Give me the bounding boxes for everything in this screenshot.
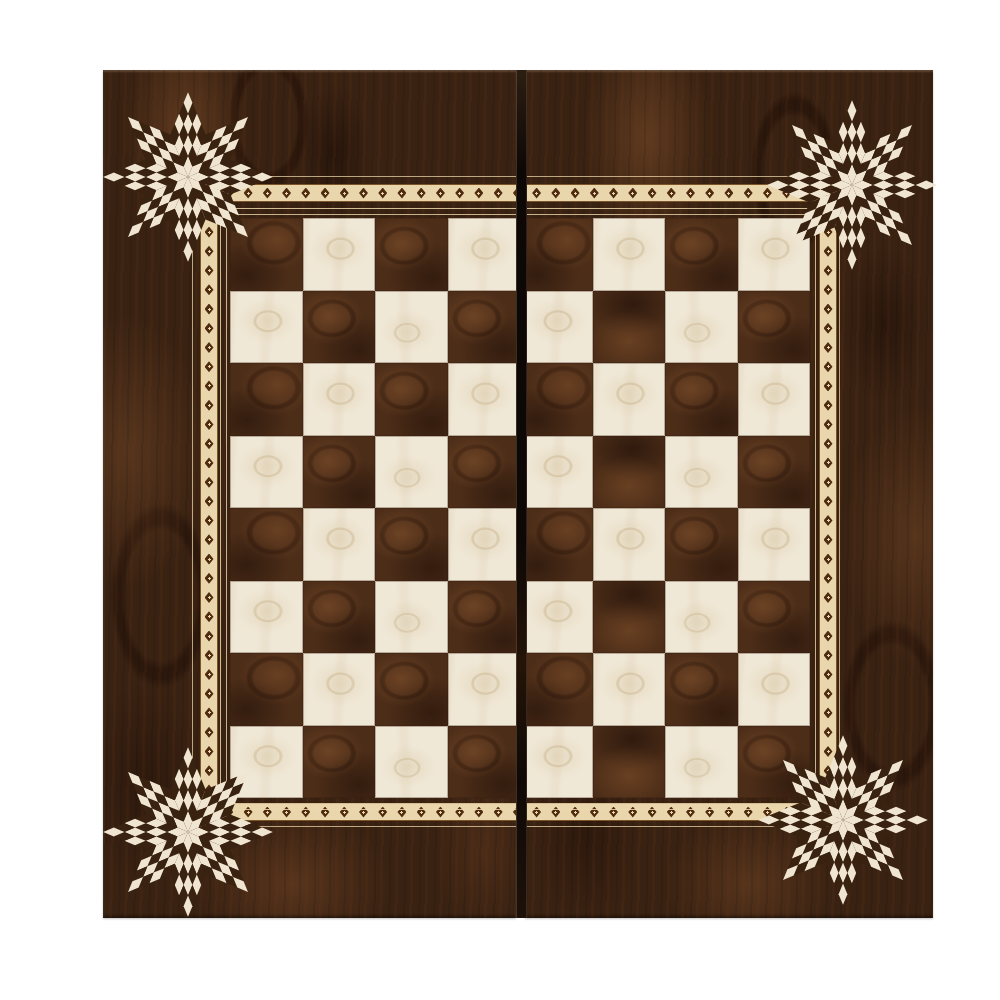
ribbon-diamond	[301, 188, 310, 199]
ribbon-diamond	[824, 611, 833, 622]
square-a2[interactable]	[230, 653, 303, 726]
square-h5[interactable]	[738, 436, 811, 509]
ribbon-diamond	[609, 188, 618, 199]
square-e4[interactable]	[520, 508, 593, 581]
square-f8[interactable]	[593, 218, 666, 291]
ribbon-diamond	[436, 188, 445, 199]
ribbon-diamond	[824, 419, 833, 430]
square-e1[interactable]	[520, 726, 593, 799]
ribbon-diamond	[824, 342, 833, 353]
square-f5[interactable]	[593, 436, 666, 509]
ribbon-diamond	[824, 400, 833, 411]
square-h3[interactable]	[738, 581, 811, 654]
square-d4[interactable]	[448, 508, 521, 581]
ribbon-diamond	[205, 727, 214, 738]
ribbon-diamond	[590, 188, 599, 199]
ribbon-diamond	[824, 707, 833, 718]
square-b1[interactable]	[303, 726, 376, 799]
ribbon-diamond	[397, 188, 406, 199]
square-b5[interactable]	[303, 436, 376, 509]
corner-star-inlay-tr	[762, 95, 942, 275]
ribbon-diamond	[205, 284, 214, 295]
square-f6[interactable]	[593, 363, 666, 436]
ribbon-diamond	[205, 342, 214, 353]
folding-chessboard	[103, 70, 933, 918]
ribbon-diamond	[378, 188, 387, 199]
ribbon-diamond	[705, 188, 714, 199]
ribbon-diamond	[205, 650, 214, 661]
ribbon-diamond	[340, 188, 349, 199]
square-a5[interactable]	[230, 436, 303, 509]
square-f2[interactable]	[593, 653, 666, 726]
square-d3[interactable]	[448, 581, 521, 654]
square-b2[interactable]	[303, 653, 376, 726]
ribbon-diamond	[824, 323, 833, 334]
ribbon-diamond	[455, 188, 464, 199]
square-c1[interactable]	[375, 726, 448, 799]
square-c5[interactable]	[375, 436, 448, 509]
ribbon-diamond	[205, 554, 214, 565]
ribbon-diamond	[824, 534, 833, 545]
ribbon-diamond	[824, 438, 833, 449]
ribbon-diamond	[824, 361, 833, 372]
square-e3[interactable]	[520, 581, 593, 654]
square-d2[interactable]	[448, 653, 521, 726]
square-e7[interactable]	[520, 291, 593, 364]
square-b7[interactable]	[303, 291, 376, 364]
ribbon-diamond	[205, 592, 214, 603]
hinge-seam	[516, 70, 527, 918]
square-g7[interactable]	[665, 291, 738, 364]
square-f3[interactable]	[593, 581, 666, 654]
ribbon-diamond	[205, 611, 214, 622]
square-a3[interactable]	[230, 581, 303, 654]
ribbon-diamond	[824, 650, 833, 661]
ribbon-diamond	[205, 380, 214, 391]
square-d6[interactable]	[448, 363, 521, 436]
ribbon-diamond	[667, 188, 676, 199]
square-g2[interactable]	[665, 653, 738, 726]
square-c2[interactable]	[375, 653, 448, 726]
ribbon-diamond	[824, 669, 833, 680]
square-g6[interactable]	[665, 363, 738, 436]
square-c6[interactable]	[375, 363, 448, 436]
ribbon-diamond	[824, 304, 833, 315]
square-c4[interactable]	[375, 508, 448, 581]
square-a7[interactable]	[230, 291, 303, 364]
inlay-ribbon-left	[200, 184, 218, 819]
ribbon-diamond	[205, 323, 214, 334]
ribbon-diamond	[648, 188, 657, 199]
square-g1[interactable]	[665, 726, 738, 799]
ribbon-diamond	[205, 477, 214, 488]
ribbon-diamond	[628, 188, 637, 199]
square-d1[interactable]	[448, 726, 521, 799]
square-h2[interactable]	[738, 653, 811, 726]
ribbon-diamond	[205, 688, 214, 699]
ribbon-diamond	[824, 592, 833, 603]
ribbon-diamond	[824, 688, 833, 699]
ribbon-diamond	[686, 188, 695, 199]
ribbon-diamond	[205, 457, 214, 468]
square-e2[interactable]	[520, 653, 593, 726]
square-c7[interactable]	[375, 291, 448, 364]
square-e6[interactable]	[520, 363, 593, 436]
corner-star-inlay-bl	[98, 742, 278, 922]
ribbon-diamond	[359, 188, 368, 199]
ribbon-diamond	[551, 188, 560, 199]
ribbon-diamond	[205, 707, 214, 718]
square-g3[interactable]	[665, 581, 738, 654]
ribbon-diamond	[824, 573, 833, 584]
ribbon-diamond	[205, 304, 214, 315]
ribbon-diamond	[494, 188, 503, 199]
ribbon-diamond	[824, 477, 833, 488]
ribbon-diamond	[824, 554, 833, 565]
square-f4[interactable]	[593, 508, 666, 581]
ribbon-diamond	[417, 188, 426, 199]
photo-canvas	[0, 0, 1000, 1000]
square-e8[interactable]	[520, 218, 593, 291]
ribbon-diamond	[474, 188, 483, 199]
square-h7[interactable]	[738, 291, 811, 364]
ribbon-diamond	[824, 380, 833, 391]
square-d8[interactable]	[448, 218, 521, 291]
ribbon-diamond	[205, 438, 214, 449]
ribbon-diamond	[205, 534, 214, 545]
ribbon-diamond	[824, 496, 833, 507]
square-c3[interactable]	[375, 581, 448, 654]
ribbon-diamond	[824, 284, 833, 295]
square-d5[interactable]	[448, 436, 521, 509]
square-d7[interactable]	[448, 291, 521, 364]
square-h4[interactable]	[738, 508, 811, 581]
ribbon-diamond	[205, 419, 214, 430]
ribbon-diamond	[205, 400, 214, 411]
square-b4[interactable]	[303, 508, 376, 581]
ribbon-diamond	[205, 669, 214, 680]
square-g8[interactable]	[665, 218, 738, 291]
ribbon-diamond	[824, 515, 833, 526]
corner-star-inlay-tl	[98, 87, 278, 267]
square-g4[interactable]	[665, 508, 738, 581]
ribbon-diamond	[205, 573, 214, 584]
ribbon-diamond	[824, 631, 833, 642]
ribbon-diamond	[321, 188, 330, 199]
square-h6[interactable]	[738, 363, 811, 436]
ribbon-diamond	[282, 188, 291, 199]
square-f7[interactable]	[593, 291, 666, 364]
ribbon-diamond	[532, 188, 541, 199]
square-f1[interactable]	[593, 726, 666, 799]
ribbon-diamond	[205, 631, 214, 642]
square-e5[interactable]	[520, 436, 593, 509]
square-b6[interactable]	[303, 363, 376, 436]
square-c8[interactable]	[375, 218, 448, 291]
ribbon-diamond	[824, 457, 833, 468]
ribbon-diamond	[724, 188, 733, 199]
ribbon-diamond	[205, 496, 214, 507]
square-a6[interactable]	[230, 363, 303, 436]
ribbon-diamond	[205, 361, 214, 372]
ribbon-diamond	[744, 188, 753, 199]
ribbon-diamond	[571, 188, 580, 199]
ribbon-diamond	[205, 515, 214, 526]
corner-star-inlay-br	[753, 730, 933, 910]
square-b3[interactable]	[303, 581, 376, 654]
square-b8[interactable]	[303, 218, 376, 291]
square-g5[interactable]	[665, 436, 738, 509]
square-a4[interactable]	[230, 508, 303, 581]
